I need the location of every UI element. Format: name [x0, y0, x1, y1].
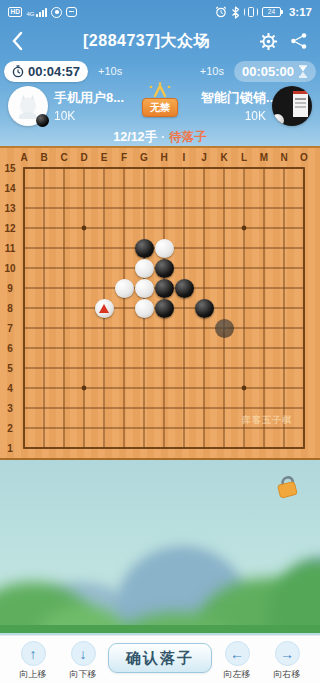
stone-black-G11 — [135, 239, 154, 258]
bottom-toolbar: ↑ 向上移 ↓ 向下移 确认落子 ← 向左移 → 向右移 — [0, 635, 320, 683]
hotspot-icon — [51, 7, 62, 18]
move-status: 12/12手 · 待落子 — [0, 128, 320, 146]
signal-icon: 4G — [26, 7, 47, 17]
vibrate-icon — [244, 7, 258, 17]
default-avatar-figure — [16, 93, 40, 119]
move-up-button[interactable]: ↑ 向上移 — [8, 641, 58, 681]
status-left-icons: HD 4G — [8, 7, 77, 18]
sparkle-decoration-icon — [147, 82, 173, 98]
stone-black-H10 — [155, 259, 174, 278]
unlocked-padlock-icon[interactable] — [271, 470, 304, 502]
black-player-info: 手机用户8... 10K — [54, 89, 124, 123]
back-button[interactable] — [12, 30, 34, 52]
stone-black-H9 — [155, 279, 174, 298]
ground-strip — [0, 625, 320, 633]
arrow-right-icon: → — [275, 641, 300, 666]
move-right-button[interactable]: → 向右移 — [262, 641, 312, 681]
clock-time: 3:17 — [289, 6, 312, 18]
players-row: 手机用户8... 10K 智能门锁销... 10K 无禁 — [0, 84, 320, 128]
white-timer-value: 00:05:00 — [242, 64, 294, 79]
status-right-icons: 24 3:17 — [215, 6, 312, 19]
move-count: 12/12手 — [113, 129, 157, 146]
black-stone-badge — [36, 114, 49, 127]
stone-white-G9 — [135, 279, 154, 298]
header: [2884737]大众场 — [0, 24, 320, 58]
stone-white-F9 — [115, 279, 134, 298]
arrow-down-icon: ↓ — [71, 641, 96, 666]
black-timer-value: 00:04:57 — [28, 64, 80, 79]
move-left-button[interactable]: ← 向左移 — [212, 641, 262, 681]
clock-icon — [12, 65, 24, 78]
settings-gear-icon[interactable] — [259, 32, 278, 51]
rule-badge-wrap: 无禁 — [142, 86, 178, 117]
screen: HD 4G 24 3:17 — [0, 0, 320, 683]
white-player-info: 智能门锁销... 10K — [201, 89, 266, 123]
board-watermark: 弈客五子棋 — [242, 414, 292, 427]
alarm-icon — [215, 6, 227, 18]
stone-white-H11 — [155, 239, 174, 258]
black-player-rating: 10K — [54, 109, 124, 123]
stone-black-H8 — [155, 299, 174, 318]
arrow-left-icon: ← — [225, 641, 250, 666]
white-increment: +10s — [200, 65, 224, 77]
move-state: 待落子 — [169, 129, 207, 146]
status-bar: HD 4G 24 3:17 — [0, 0, 320, 24]
confirm-move-button[interactable]: 确认落子 — [108, 643, 212, 673]
stone-black-I9 — [175, 279, 194, 298]
stones-grid[interactable] — [14, 158, 314, 458]
black-increment: +10s — [98, 65, 122, 77]
gomoku-board[interactable]: ABCDEFGHIJKLMNO 151413121110987654321 弈客… — [0, 146, 320, 460]
white-player-name: 智能门锁销... — [201, 89, 266, 107]
hd-icon: HD — [8, 7, 22, 17]
last-move-triangle-marker — [99, 304, 109, 313]
timer-row: 00:04:57 +10s +10s 00:05:00 — [0, 58, 320, 84]
scenery-background — [0, 460, 320, 633]
black-player-name: 手机用户8... — [54, 89, 124, 107]
stone-white-G10 — [135, 259, 154, 278]
rule-badge: 无禁 — [142, 98, 178, 117]
stone-white-G8 — [135, 299, 154, 318]
white-timer-pill: 00:05:00 — [234, 61, 316, 82]
message-icon — [66, 7, 77, 17]
white-player-rating: 10K — [201, 109, 266, 123]
hourglass-icon — [298, 65, 308, 78]
white-player-avatar[interactable] — [272, 86, 312, 126]
battery-icon: 24 — [262, 7, 283, 17]
black-player-avatar[interactable] — [8, 86, 48, 126]
arrow-up-icon: ↑ — [21, 641, 46, 666]
preview-stone-K7[interactable] — [215, 319, 234, 338]
bush — [268, 560, 320, 633]
top-region: HD 4G 24 3:17 — [0, 0, 320, 146]
white-avatar-image — [293, 91, 308, 117]
page-title: [2884737]大众场 — [34, 31, 259, 52]
move-separator: · — [161, 130, 165, 144]
share-icon[interactable] — [290, 32, 308, 50]
stone-white-E8 — [95, 299, 114, 318]
stone-black-J8 — [195, 299, 214, 318]
white-stone-badge — [272, 114, 284, 126]
back-chevron-icon — [12, 31, 23, 51]
move-down-button[interactable]: ↓ 向下移 — [58, 641, 108, 681]
bluetooth-icon — [231, 6, 240, 19]
black-timer-pill: 00:04:57 — [4, 61, 88, 82]
